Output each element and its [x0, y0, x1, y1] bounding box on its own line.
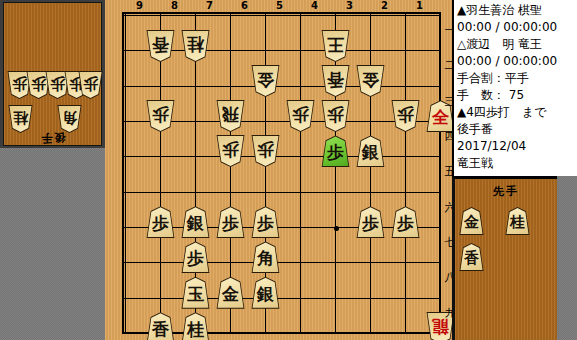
shogi-board-grid: 香桂王金香金歩飛歩歩歩全歩歩歩銀歩銀歩歩歩歩歩角玉金銀香桂龍 — [122, 12, 441, 334]
board-piece-4-2-香: 香 — [321, 65, 350, 97]
piece-glyph-歩: 歩 — [397, 106, 414, 126]
piece-glyph-玉: 玉 — [187, 283, 204, 303]
gote-tray-label: 後手 — [4, 130, 101, 145]
info-line-7: ▲4四歩打 まで — [457, 104, 577, 121]
piece-face: 歩 — [147, 101, 174, 131]
info-line-9: 2017/12/04 — [457, 138, 577, 155]
piece-face: 角 — [58, 106, 81, 132]
board-piece-4-3-歩: 歩 — [321, 100, 350, 132]
piece-face: 金 — [217, 278, 244, 308]
piece-glyph-全: 全 — [432, 106, 449, 126]
info-line-10: 竜王戦 — [457, 155, 577, 172]
file-label-1: 1 — [402, 0, 437, 11]
hoshi-dot — [334, 226, 339, 231]
piece-face: 歩 — [217, 207, 244, 237]
piece-face: 歩 — [252, 136, 279, 166]
file-label-6: 6 — [227, 0, 262, 11]
board-piece-8-9-桂: 桂 — [181, 312, 210, 340]
gote-hand-piece-角-2: 角 — [57, 105, 82, 133]
info-line-2: 00:00 / 00:00:00 — [457, 19, 577, 36]
board-piece-3-4-銀: 銀 — [356, 135, 385, 167]
piece-face: 香 — [147, 31, 174, 61]
piece-face: 歩 — [322, 136, 349, 166]
sente-hand-piece-桂-2: 桂 — [505, 207, 530, 235]
board-piece-6-6-歩: 歩 — [251, 206, 280, 238]
piece-face: 角 — [252, 242, 279, 272]
info-line-3: △渡辺 明 竜王 — [457, 36, 577, 53]
piece-glyph-歩: 歩 — [187, 247, 204, 267]
info-line-5: 手合割：平手 — [457, 70, 577, 87]
piece-glyph-銀: 銀 — [187, 212, 204, 232]
gote-hand-piece-桂-1: 桂 — [8, 105, 33, 133]
piece-glyph-歩: 歩 — [31, 77, 46, 94]
file-label-5: 5 — [262, 0, 297, 11]
file-label-4: 4 — [297, 0, 332, 11]
piece-face: 歩 — [322, 101, 349, 131]
piece-face: 銀 — [182, 207, 209, 237]
board-piece-4-1-王: 王 — [321, 30, 350, 62]
piece-glyph-金: 金 — [362, 71, 379, 91]
piece-face: 歩 — [287, 101, 314, 131]
board-piece-8-8-玉: 玉 — [181, 277, 210, 309]
info-line-6: 手 数： 75 — [457, 87, 577, 104]
piece-face: 金 — [252, 66, 279, 96]
board-piece-6-2-金: 金 — [251, 65, 280, 97]
piece-face: 金 — [460, 208, 483, 234]
board-piece-7-8-金: 金 — [216, 277, 245, 309]
game-info-panel: ▲羽生善治 棋聖00:00 / 00:00:00△渡辺 明 竜王00:00 / … — [452, 0, 577, 176]
piece-face: 銀 — [357, 136, 384, 166]
board-piece-4-4-歩: 歩 — [321, 135, 350, 167]
piece-face: 歩 — [79, 72, 102, 98]
piece-face: 香 — [322, 66, 349, 96]
board-piece-6-4-歩: 歩 — [251, 135, 280, 167]
piece-glyph-歩: 歩 — [257, 141, 274, 161]
board-piece-5-3-歩: 歩 — [286, 100, 315, 132]
piece-glyph-歩: 歩 — [152, 212, 169, 232]
gote-captured-tray: 後手 歩歩歩歩歩桂角 — [3, 2, 102, 146]
piece-glyph-歩: 歩 — [327, 106, 344, 126]
board-piece-6-7-角: 角 — [251, 241, 280, 273]
piece-glyph-桂: 桂 — [510, 213, 525, 230]
piece-face: 王 — [322, 31, 349, 61]
board-piece-8-1-桂: 桂 — [181, 30, 210, 62]
piece-glyph-香: 香 — [152, 318, 169, 338]
piece-glyph-王: 王 — [327, 36, 344, 56]
board-piece-2-6-歩: 歩 — [391, 206, 420, 238]
board-piece-2-3-歩: 歩 — [391, 100, 420, 132]
piece-glyph-飛: 飛 — [222, 106, 239, 126]
piece-face: 桂 — [9, 106, 32, 132]
board-piece-3-2-金: 金 — [356, 65, 385, 97]
piece-glyph-銀: 銀 — [257, 283, 274, 303]
piece-face: 歩 — [392, 207, 419, 237]
file-label-2: 2 — [367, 0, 402, 11]
piece-face: 歩 — [182, 242, 209, 272]
piece-glyph-歩: 歩 — [327, 141, 344, 161]
piece-glyph-金: 金 — [222, 283, 239, 303]
piece-glyph-歩: 歩 — [257, 212, 274, 232]
piece-face: 金 — [357, 66, 384, 96]
sente-tray-label: 先手 — [455, 184, 557, 199]
file-label-7: 7 — [192, 0, 227, 11]
piece-glyph-金: 金 — [257, 71, 274, 91]
piece-face: 香 — [147, 313, 174, 340]
piece-glyph-銀: 銀 — [362, 141, 379, 161]
piece-face: 桂 — [182, 31, 209, 61]
piece-face: 銀 — [252, 278, 279, 308]
board-piece-9-9-香: 香 — [146, 312, 175, 340]
piece-glyph-歩: 歩 — [152, 106, 169, 126]
piece-face: 歩 — [357, 207, 384, 237]
file-label-8: 8 — [157, 0, 192, 11]
board-piece-9-1-香: 香 — [146, 30, 175, 62]
piece-glyph-香: 香 — [464, 249, 479, 266]
piece-face: 歩 — [217, 136, 244, 166]
piece-glyph-金: 金 — [464, 213, 479, 230]
sente-hand-piece-香-1: 香 — [459, 243, 484, 271]
piece-glyph-角: 角 — [62, 111, 77, 128]
piece-glyph-歩: 歩 — [362, 212, 379, 232]
piece-face: 玉 — [182, 278, 209, 308]
shogi-board-area: 香桂王金香金歩飛歩歩歩全歩歩歩銀歩銀歩歩歩歩歩角玉金銀香桂龍 987654321… — [105, 0, 452, 340]
board-piece-3-6-歩: 歩 — [356, 206, 385, 238]
piece-face: 香 — [460, 244, 483, 270]
piece-glyph-龍: 龍 — [432, 318, 449, 338]
board-piece-7-3-飛: 飛 — [216, 100, 245, 132]
piece-glyph-香: 香 — [152, 36, 169, 56]
info-line-1: ▲羽生善治 棋聖 — [457, 2, 577, 19]
board-piece-8-7-歩: 歩 — [181, 241, 210, 273]
info-line-4: 00:00 / 00:00:00 — [457, 53, 577, 70]
piece-glyph-歩: 歩 — [50, 77, 65, 94]
piece-glyph-歩: 歩 — [292, 106, 309, 126]
piece-glyph-歩: 歩 — [397, 212, 414, 232]
piece-glyph-香: 香 — [327, 71, 344, 91]
piece-face: 桂 — [182, 313, 209, 340]
piece-glyph-歩: 歩 — [83, 77, 98, 94]
info-line-8: 後手番 — [457, 121, 577, 138]
sente-captured-tray: 先手 金桂香 — [452, 176, 557, 340]
piece-glyph-桂: 桂 — [187, 36, 204, 56]
gote-captured-tray-panel: 後手 歩歩歩歩歩桂角 — [0, 0, 105, 148]
board-piece-6-8-銀: 銀 — [251, 277, 280, 309]
shogi-viewer-window: 後手 歩歩歩歩歩桂角 香桂王金香金歩飛歩歩歩全歩歩歩銀歩銀歩歩歩歩歩角玉金銀香桂… — [0, 0, 577, 340]
piece-face: 歩 — [252, 207, 279, 237]
board-piece-8-6-銀: 銀 — [181, 206, 210, 238]
sente-hand-piece-金-1: 金 — [459, 207, 484, 235]
piece-face: 飛 — [217, 101, 244, 131]
file-label-9: 9 — [122, 0, 157, 11]
board-piece-7-6-歩: 歩 — [216, 206, 245, 238]
piece-glyph-歩: 歩 — [222, 141, 239, 161]
piece-glyph-桂: 桂 — [187, 318, 204, 338]
board-piece-9-3-歩: 歩 — [146, 100, 175, 132]
piece-face: 歩 — [392, 101, 419, 131]
file-label-3: 3 — [332, 0, 367, 11]
board-piece-9-6-歩: 歩 — [146, 206, 175, 238]
piece-glyph-歩: 歩 — [12, 77, 27, 94]
piece-glyph-歩: 歩 — [222, 212, 239, 232]
piece-glyph-桂: 桂 — [13, 111, 28, 128]
piece-face: 桂 — [506, 208, 529, 234]
piece-glyph-角: 角 — [257, 247, 274, 267]
board-piece-7-4-歩: 歩 — [216, 135, 245, 167]
piece-face: 歩 — [147, 207, 174, 237]
